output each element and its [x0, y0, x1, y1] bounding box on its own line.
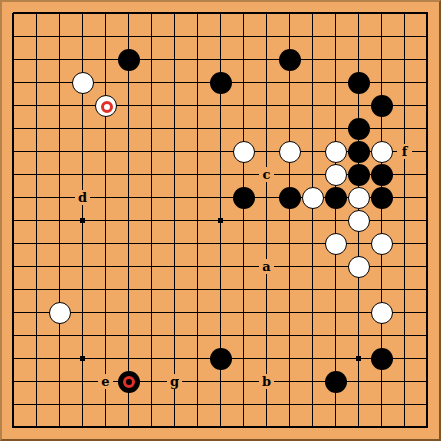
intersection — [255, 48, 278, 71]
intersection — [163, 186, 186, 209]
intersection — [94, 2, 117, 25]
intersection — [278, 393, 301, 416]
intersection — [2, 324, 25, 347]
intersection — [255, 25, 278, 48]
intersection — [370, 2, 393, 25]
intersection — [347, 71, 370, 94]
white-stone — [233, 141, 255, 163]
intersection — [140, 255, 163, 278]
intersection — [393, 255, 416, 278]
white-stone — [49, 302, 71, 324]
intersection — [232, 186, 255, 209]
black-stone — [210, 348, 232, 370]
intersection — [255, 393, 278, 416]
intersection — [25, 71, 48, 94]
black-stone — [118, 371, 140, 393]
intersection — [324, 2, 347, 25]
black-stone — [279, 187, 301, 209]
intersection — [232, 278, 255, 301]
intersection — [255, 140, 278, 163]
intersection — [117, 232, 140, 255]
intersection — [71, 416, 94, 439]
intersection — [25, 25, 48, 48]
black-stone — [325, 187, 347, 209]
intersection — [163, 393, 186, 416]
intersection — [416, 347, 439, 370]
intersection — [209, 94, 232, 117]
intersection — [347, 2, 370, 25]
intersection — [209, 255, 232, 278]
intersection — [117, 393, 140, 416]
intersection — [232, 94, 255, 117]
intersection — [255, 301, 278, 324]
black-stone — [371, 187, 393, 209]
point-label-a: a — [259, 259, 274, 274]
intersection — [255, 186, 278, 209]
intersection — [48, 370, 71, 393]
intersection — [94, 117, 117, 140]
intersection — [2, 25, 25, 48]
black-stone — [233, 187, 255, 209]
intersection — [25, 209, 48, 232]
intersection — [186, 301, 209, 324]
intersection: c — [255, 163, 278, 186]
intersection — [301, 416, 324, 439]
intersection — [393, 25, 416, 48]
star-point — [356, 356, 361, 361]
white-stone — [325, 164, 347, 186]
intersection — [347, 209, 370, 232]
intersection — [347, 347, 370, 370]
intersection — [186, 2, 209, 25]
intersection — [393, 324, 416, 347]
intersection — [347, 48, 370, 71]
intersection — [278, 416, 301, 439]
black-stone — [348, 72, 370, 94]
intersection — [71, 117, 94, 140]
circle-marker — [101, 101, 113, 113]
intersection — [301, 255, 324, 278]
intersection — [416, 232, 439, 255]
intersection — [255, 232, 278, 255]
intersection — [163, 278, 186, 301]
intersection — [186, 255, 209, 278]
intersection — [163, 255, 186, 278]
intersection — [209, 393, 232, 416]
intersection — [163, 347, 186, 370]
intersection — [140, 48, 163, 71]
intersection — [71, 278, 94, 301]
intersection — [163, 48, 186, 71]
intersection — [25, 393, 48, 416]
intersection — [140, 209, 163, 232]
intersection — [117, 416, 140, 439]
intersection — [25, 2, 48, 25]
intersection: e — [94, 370, 117, 393]
intersection — [48, 163, 71, 186]
black-stone — [118, 49, 140, 71]
intersection — [117, 209, 140, 232]
intersection — [163, 324, 186, 347]
intersection — [117, 324, 140, 347]
intersection — [278, 140, 301, 163]
intersection — [94, 278, 117, 301]
intersection — [255, 209, 278, 232]
intersection — [278, 117, 301, 140]
intersection — [140, 278, 163, 301]
intersection — [232, 140, 255, 163]
intersection — [232, 370, 255, 393]
intersection — [71, 324, 94, 347]
intersection — [71, 2, 94, 25]
black-stone — [371, 348, 393, 370]
intersection — [232, 255, 255, 278]
intersection — [278, 370, 301, 393]
intersection — [71, 140, 94, 163]
intersection — [163, 94, 186, 117]
intersection — [232, 48, 255, 71]
intersection — [25, 416, 48, 439]
intersection — [416, 94, 439, 117]
intersection — [163, 117, 186, 140]
intersection — [324, 94, 347, 117]
intersection — [278, 2, 301, 25]
intersection — [278, 209, 301, 232]
intersection — [209, 163, 232, 186]
intersection — [416, 71, 439, 94]
intersection — [2, 370, 25, 393]
intersection — [140, 324, 163, 347]
star-point — [80, 218, 85, 223]
white-stone — [371, 302, 393, 324]
intersection — [301, 48, 324, 71]
intersection — [140, 163, 163, 186]
intersection — [71, 71, 94, 94]
intersection — [324, 232, 347, 255]
intersection — [94, 347, 117, 370]
intersection — [347, 163, 370, 186]
intersection — [255, 2, 278, 25]
intersection — [186, 25, 209, 48]
intersection — [393, 48, 416, 71]
intersection — [416, 117, 439, 140]
intersection — [2, 301, 25, 324]
intersection — [416, 140, 439, 163]
intersection — [324, 347, 347, 370]
white-stone — [371, 141, 393, 163]
star-point — [218, 218, 223, 223]
intersection — [2, 209, 25, 232]
intersection — [324, 278, 347, 301]
intersection — [301, 278, 324, 301]
white-stone — [348, 256, 370, 278]
intersection — [71, 209, 94, 232]
intersection — [278, 301, 301, 324]
intersection — [48, 209, 71, 232]
intersection — [140, 347, 163, 370]
intersection — [370, 71, 393, 94]
intersection — [48, 393, 71, 416]
intersection — [278, 255, 301, 278]
intersection — [209, 48, 232, 71]
intersection — [393, 163, 416, 186]
intersection — [301, 140, 324, 163]
intersection — [48, 232, 71, 255]
intersection: a — [255, 255, 278, 278]
intersection — [347, 393, 370, 416]
black-stone — [348, 141, 370, 163]
white-stone — [325, 141, 347, 163]
intersection — [370, 232, 393, 255]
intersection — [370, 393, 393, 416]
intersection — [393, 71, 416, 94]
intersection — [25, 324, 48, 347]
intersection — [117, 48, 140, 71]
intersection — [117, 163, 140, 186]
circle-marker — [123, 376, 135, 388]
intersection — [94, 416, 117, 439]
intersection — [324, 48, 347, 71]
intersection — [209, 209, 232, 232]
intersection — [2, 278, 25, 301]
intersection — [94, 25, 117, 48]
intersection — [416, 48, 439, 71]
intersection — [94, 71, 117, 94]
intersection — [48, 416, 71, 439]
go-board-diagram: fcdaegb — [0, 0, 441, 441]
intersection — [393, 278, 416, 301]
intersection — [186, 393, 209, 416]
intersection — [2, 71, 25, 94]
intersection — [393, 393, 416, 416]
intersection — [370, 324, 393, 347]
intersection — [140, 2, 163, 25]
intersection — [94, 48, 117, 71]
intersection — [209, 2, 232, 25]
intersection — [140, 71, 163, 94]
intersection — [278, 324, 301, 347]
intersection — [140, 186, 163, 209]
point-label-f: f — [397, 144, 412, 159]
star-point — [80, 356, 85, 361]
intersection — [25, 255, 48, 278]
intersection — [347, 232, 370, 255]
intersection: f — [393, 140, 416, 163]
intersection — [301, 94, 324, 117]
intersection — [25, 163, 48, 186]
intersection — [232, 117, 255, 140]
intersection — [186, 324, 209, 347]
intersection — [324, 416, 347, 439]
intersection — [232, 301, 255, 324]
intersection — [416, 186, 439, 209]
intersection — [25, 117, 48, 140]
white-stone — [348, 210, 370, 232]
intersection — [347, 186, 370, 209]
intersection — [94, 393, 117, 416]
intersection — [209, 347, 232, 370]
intersection — [324, 255, 347, 278]
intersection — [48, 140, 71, 163]
intersection — [301, 370, 324, 393]
intersection — [94, 186, 117, 209]
intersection — [163, 25, 186, 48]
intersection — [25, 48, 48, 71]
intersection — [209, 71, 232, 94]
intersection — [232, 2, 255, 25]
intersection — [117, 255, 140, 278]
intersection — [94, 209, 117, 232]
intersection — [71, 393, 94, 416]
intersection — [163, 163, 186, 186]
intersection — [301, 232, 324, 255]
intersection — [140, 301, 163, 324]
intersection — [370, 25, 393, 48]
intersection — [416, 370, 439, 393]
intersection: d — [71, 186, 94, 209]
intersection — [324, 71, 347, 94]
intersection — [301, 2, 324, 25]
intersection — [186, 209, 209, 232]
intersection — [255, 278, 278, 301]
intersection — [416, 416, 439, 439]
black-stone — [210, 72, 232, 94]
intersection — [232, 25, 255, 48]
intersection — [393, 232, 416, 255]
intersection — [255, 416, 278, 439]
intersection — [2, 94, 25, 117]
intersection — [278, 186, 301, 209]
intersection — [347, 117, 370, 140]
point-label-b: b — [259, 374, 274, 389]
intersection — [140, 140, 163, 163]
intersection — [370, 416, 393, 439]
intersection — [416, 2, 439, 25]
intersection — [232, 416, 255, 439]
intersection — [347, 25, 370, 48]
intersection — [347, 370, 370, 393]
intersection — [393, 209, 416, 232]
intersection — [416, 209, 439, 232]
intersection — [2, 393, 25, 416]
intersection — [324, 163, 347, 186]
intersection — [278, 163, 301, 186]
intersection — [186, 94, 209, 117]
intersection — [347, 255, 370, 278]
intersection — [255, 94, 278, 117]
intersection — [370, 301, 393, 324]
intersection — [25, 232, 48, 255]
intersection — [301, 324, 324, 347]
intersection — [186, 71, 209, 94]
intersection — [117, 347, 140, 370]
intersection — [140, 393, 163, 416]
intersection — [370, 209, 393, 232]
intersection — [416, 324, 439, 347]
intersection — [48, 2, 71, 25]
intersection — [393, 186, 416, 209]
intersection — [71, 370, 94, 393]
intersection: g — [163, 370, 186, 393]
intersection — [117, 71, 140, 94]
intersection — [186, 163, 209, 186]
intersection — [71, 94, 94, 117]
intersection — [278, 232, 301, 255]
intersection — [117, 370, 140, 393]
intersection — [347, 324, 370, 347]
intersection — [140, 25, 163, 48]
intersection — [301, 117, 324, 140]
point-label-d: d — [75, 190, 90, 205]
intersection — [370, 94, 393, 117]
intersection — [117, 186, 140, 209]
intersection — [416, 278, 439, 301]
intersection — [209, 140, 232, 163]
intersection — [370, 347, 393, 370]
intersection — [278, 347, 301, 370]
intersection — [209, 25, 232, 48]
intersection — [163, 71, 186, 94]
intersection — [2, 2, 25, 25]
intersection — [2, 48, 25, 71]
intersection — [324, 140, 347, 163]
intersection — [140, 416, 163, 439]
intersection — [278, 48, 301, 71]
intersection — [71, 347, 94, 370]
go-board: fcdaegb — [0, 0, 441, 441]
intersection — [163, 2, 186, 25]
intersection — [324, 209, 347, 232]
intersection — [186, 232, 209, 255]
intersection — [324, 186, 347, 209]
intersection — [209, 301, 232, 324]
intersection — [324, 393, 347, 416]
intersection — [255, 347, 278, 370]
intersection — [209, 186, 232, 209]
intersection — [94, 301, 117, 324]
white-stone — [279, 141, 301, 163]
intersection — [117, 25, 140, 48]
intersection — [232, 232, 255, 255]
board-grid: fcdaegb — [2, 2, 439, 439]
intersection — [301, 25, 324, 48]
intersection — [301, 163, 324, 186]
intersection — [416, 163, 439, 186]
intersection — [393, 416, 416, 439]
intersection — [278, 71, 301, 94]
intersection — [209, 324, 232, 347]
intersection — [2, 163, 25, 186]
intersection — [140, 94, 163, 117]
intersection — [301, 347, 324, 370]
intersection — [370, 117, 393, 140]
intersection — [416, 301, 439, 324]
intersection — [2, 416, 25, 439]
intersection — [416, 25, 439, 48]
intersection — [278, 94, 301, 117]
intersection — [117, 2, 140, 25]
intersection — [48, 25, 71, 48]
intersection — [370, 278, 393, 301]
black-stone — [279, 49, 301, 71]
intersection — [117, 94, 140, 117]
intersection — [163, 209, 186, 232]
intersection — [301, 186, 324, 209]
intersection — [370, 48, 393, 71]
intersection — [347, 94, 370, 117]
white-stone — [325, 233, 347, 255]
intersection — [324, 117, 347, 140]
